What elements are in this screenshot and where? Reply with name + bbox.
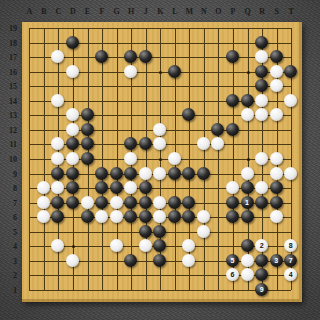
stone-white-N5 <box>197 225 210 238</box>
row-label-18: 18 <box>0 38 17 47</box>
stone-white-H10 <box>124 152 137 165</box>
stone-white-O11 <box>211 137 224 150</box>
stone-white-Q3 <box>241 254 254 267</box>
stone-white-R14 <box>255 94 268 107</box>
stone-black-J11 <box>139 137 152 150</box>
stone-white-G7 <box>110 196 123 209</box>
row-label-8: 8 <box>0 184 17 193</box>
stone-black-E6 <box>81 210 94 223</box>
stone-black-J6 <box>139 210 152 223</box>
stone-white-M4 <box>182 239 195 252</box>
stone-black-C7 <box>51 196 64 209</box>
row-label-9: 9 <box>0 169 17 178</box>
stone-white-Q13 <box>241 108 254 121</box>
stone-black-E11 <box>81 137 94 150</box>
stone-white-E7 <box>81 196 94 209</box>
stone-black-J5 <box>139 225 152 238</box>
col-label-F: F <box>100 7 105 19</box>
stone-black-D18 <box>66 36 79 49</box>
stone-black-F7 <box>95 196 108 209</box>
col-label-B: B <box>41 7 46 19</box>
col-label-K: K <box>157 7 163 19</box>
stone-black-R18 <box>255 36 268 49</box>
stone-black-K5 <box>153 225 166 238</box>
star-point-Q10 <box>247 158 250 161</box>
move-number-3: 3 <box>274 257 278 264</box>
stone-white-C4 <box>51 239 64 252</box>
stone-white-T9 <box>284 167 297 180</box>
stone-black-H11 <box>124 137 137 150</box>
stone-black-D8 <box>66 181 79 194</box>
stone-black-E13 <box>81 108 94 121</box>
stone-black-P17 <box>226 50 239 63</box>
row-label-11: 11 <box>0 140 17 149</box>
stone-black-Q4 <box>241 239 254 252</box>
stone-black-L9 <box>168 167 181 180</box>
move-number-8: 8 <box>289 242 293 249</box>
move-number-2: 2 <box>260 242 264 249</box>
stone-white-D12 <box>66 123 79 136</box>
row-label-7: 7 <box>0 198 17 207</box>
stone-white-L10 <box>168 152 181 165</box>
stone-white-C17 <box>51 50 64 63</box>
stone-white-H16 <box>124 65 137 78</box>
stone-white-N6 <box>197 210 210 223</box>
stone-black-R15 <box>255 79 268 92</box>
stone-white-R17 <box>255 50 268 63</box>
col-label-H: H <box>128 7 134 19</box>
stone-white-P8 <box>226 181 239 194</box>
col-label-N: N <box>201 7 207 19</box>
col-label-C: C <box>56 7 62 19</box>
stone-black-F8 <box>95 181 108 194</box>
stone-black-D9 <box>66 167 79 180</box>
star-point-Q16 <box>247 71 250 74</box>
row-label-4: 4 <box>0 242 17 251</box>
col-label-A: A <box>26 7 32 19</box>
grid-line-vertical <box>204 28 205 290</box>
stone-white-C8 <box>51 181 64 194</box>
stone-black-D11 <box>66 137 79 150</box>
col-label-J: J <box>144 7 148 19</box>
stone-white-S15 <box>270 79 283 92</box>
grid-line-vertical <box>233 28 234 290</box>
stone-black-H9 <box>124 167 137 180</box>
stone-white-M3 <box>182 254 195 267</box>
stone-black-P14 <box>226 94 239 107</box>
stone-black-H7 <box>124 196 137 209</box>
col-label-L: L <box>172 7 177 19</box>
stone-black-L7 <box>168 196 181 209</box>
stone-white-J9 <box>139 167 152 180</box>
star-point-K10 <box>159 158 162 161</box>
stone-black-R16 <box>255 65 268 78</box>
col-label-O: O <box>215 7 221 19</box>
stone-white-N11 <box>197 137 210 150</box>
stone-black-P7 <box>226 196 239 209</box>
stone-white-K7 <box>153 196 166 209</box>
stone-white-D10 <box>66 152 79 165</box>
stone-black-R3 <box>255 254 268 267</box>
stone-white-T4: 8 <box>284 239 297 252</box>
stone-black-S3: 3 <box>270 254 283 267</box>
move-number-6: 6 <box>231 271 235 278</box>
move-number-4: 4 <box>289 271 293 278</box>
row-label-12: 12 <box>0 125 17 134</box>
stone-black-R2 <box>255 268 268 281</box>
stone-black-M6 <box>182 210 195 223</box>
col-label-D: D <box>70 7 76 19</box>
row-label-2: 2 <box>0 271 17 280</box>
stone-black-H17 <box>124 50 137 63</box>
stone-white-K6 <box>153 210 166 223</box>
stone-white-C14 <box>51 94 64 107</box>
stone-black-R7 <box>255 196 268 209</box>
stone-white-R8 <box>255 181 268 194</box>
row-label-6: 6 <box>0 213 17 222</box>
stone-black-N9 <box>197 167 210 180</box>
row-label-15: 15 <box>0 82 17 91</box>
stone-white-J4 <box>139 239 152 252</box>
stone-black-F9 <box>95 167 108 180</box>
stone-black-M7 <box>182 196 195 209</box>
stone-black-Q8 <box>241 181 254 194</box>
stone-black-G9 <box>110 167 123 180</box>
stone-white-C10 <box>51 152 64 165</box>
stone-black-S17 <box>270 50 283 63</box>
row-label-17: 17 <box>0 53 17 62</box>
stone-white-T14 <box>284 94 297 107</box>
stone-white-K12 <box>153 123 166 136</box>
stone-black-R1: 9 <box>255 283 268 296</box>
col-label-T: T <box>289 7 294 19</box>
stone-black-G8 <box>110 181 123 194</box>
stone-black-J8 <box>139 181 152 194</box>
stone-white-H8 <box>124 181 137 194</box>
stone-black-J17 <box>139 50 152 63</box>
stone-white-S10 <box>270 152 283 165</box>
stone-black-M9 <box>182 167 195 180</box>
stone-black-T16 <box>284 65 297 78</box>
col-label-E: E <box>85 7 90 19</box>
stone-white-B7 <box>37 196 50 209</box>
stone-black-K4 <box>153 239 166 252</box>
row-label-5: 5 <box>0 227 17 236</box>
stone-black-D7 <box>66 196 79 209</box>
stone-white-R13 <box>255 108 268 121</box>
grid-line-horizontal <box>29 290 291 291</box>
stone-white-Q2 <box>241 268 254 281</box>
stone-white-S13 <box>270 108 283 121</box>
stone-black-E12 <box>81 123 94 136</box>
row-label-13: 13 <box>0 111 17 120</box>
stone-white-P2: 6 <box>226 268 239 281</box>
stone-black-O12 <box>211 123 224 136</box>
stone-black-C9 <box>51 167 64 180</box>
stone-white-T2: 4 <box>284 268 297 281</box>
col-label-S: S <box>274 7 278 19</box>
stone-black-M13 <box>182 108 195 121</box>
stone-black-P3: 5 <box>226 254 239 267</box>
stone-white-B6 <box>37 210 50 223</box>
stone-black-Q7: 1 <box>241 196 254 209</box>
row-label-19: 19 <box>0 24 17 33</box>
row-label-10: 10 <box>0 154 17 163</box>
row-label-1: 1 <box>0 285 17 294</box>
stone-black-P6 <box>226 210 239 223</box>
stone-black-P12 <box>226 123 239 136</box>
stone-white-K11 <box>153 137 166 150</box>
stone-black-F17 <box>95 50 108 63</box>
stone-black-Q6 <box>241 210 254 223</box>
stone-white-S6 <box>270 210 283 223</box>
stone-white-R10 <box>255 152 268 165</box>
col-label-R: R <box>259 7 265 19</box>
stone-black-K3 <box>153 254 166 267</box>
stone-black-S8 <box>270 181 283 194</box>
grid-line-vertical <box>218 28 219 290</box>
star-point-D4 <box>72 245 75 248</box>
stone-white-S9 <box>270 167 283 180</box>
move-number-5: 5 <box>231 257 235 264</box>
stone-white-R4: 2 <box>255 239 268 252</box>
stone-white-C11 <box>51 137 64 150</box>
move-number-7: 7 <box>289 257 293 264</box>
stone-white-G6 <box>110 210 123 223</box>
stone-black-C6 <box>51 210 64 223</box>
goban-board[interactable]: 128537649 <box>22 22 302 302</box>
stone-black-J7 <box>139 196 152 209</box>
move-number-9: 9 <box>260 286 264 293</box>
col-label-G: G <box>113 7 119 19</box>
stone-black-H3 <box>124 254 137 267</box>
stone-white-D16 <box>66 65 79 78</box>
stone-white-K9 <box>153 167 166 180</box>
stone-white-D13 <box>66 108 79 121</box>
col-label-P: P <box>231 7 236 19</box>
col-label-M: M <box>186 7 194 19</box>
stone-black-H6 <box>124 210 137 223</box>
stone-white-D3 <box>66 254 79 267</box>
stone-white-F6 <box>95 210 108 223</box>
move-number-1: 1 <box>245 199 249 206</box>
row-label-3: 3 <box>0 256 17 265</box>
stone-black-T3: 7 <box>284 254 297 267</box>
stone-white-Q9 <box>241 167 254 180</box>
row-label-16: 16 <box>0 67 17 76</box>
stone-white-B8 <box>37 181 50 194</box>
stone-black-L16 <box>168 65 181 78</box>
stone-white-S16 <box>270 65 283 78</box>
granite-background: ABCDEFGHJKLMNOPQRST 19181716151413121110… <box>0 0 320 320</box>
stone-black-Q14 <box>241 94 254 107</box>
stone-black-S7 <box>270 196 283 209</box>
stone-black-E10 <box>81 152 94 165</box>
star-point-K16 <box>159 71 162 74</box>
col-label-Q: Q <box>244 7 250 19</box>
stone-black-L6 <box>168 210 181 223</box>
stone-white-G4 <box>110 239 123 252</box>
row-label-14: 14 <box>0 96 17 105</box>
